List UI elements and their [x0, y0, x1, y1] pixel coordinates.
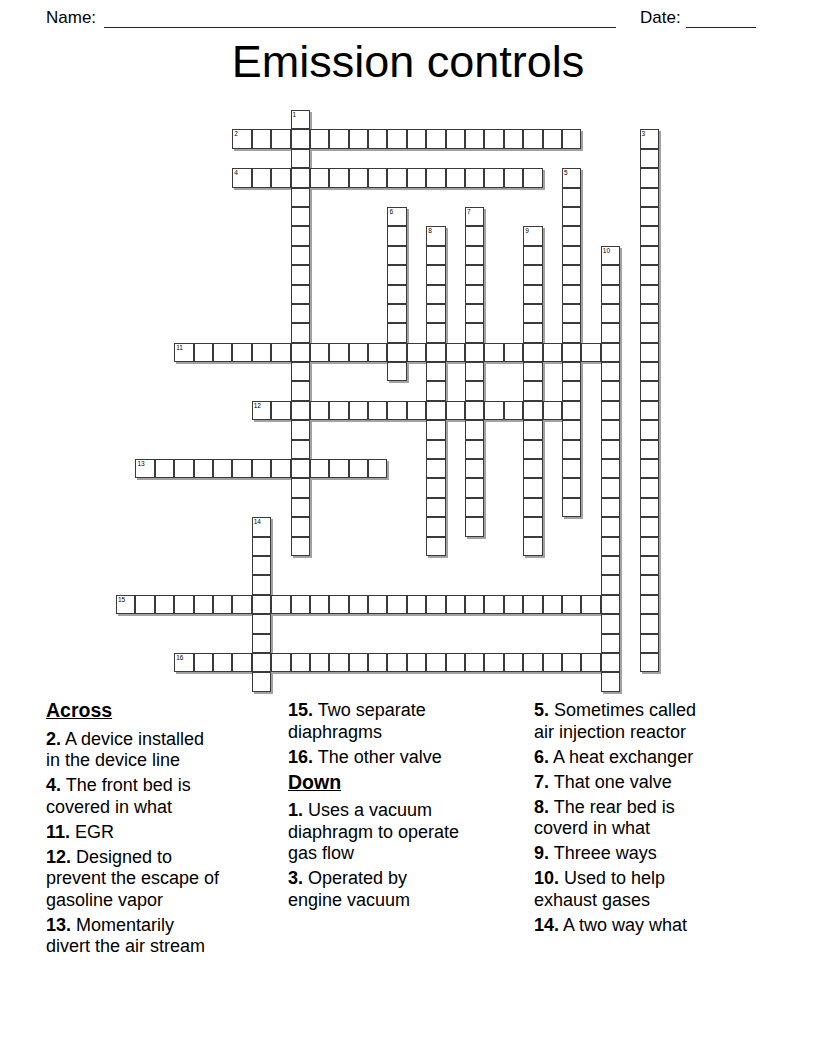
grid-cell[interactable] [252, 614, 271, 633]
grid-cell[interactable] [291, 149, 310, 168]
empty-space [640, 672, 659, 691]
grid-cell[interactable]: 12 [252, 401, 271, 420]
grid-cell[interactable]: 7 [465, 207, 484, 226]
empty-space [446, 614, 465, 633]
grid-cell[interactable] [252, 556, 271, 575]
grid-cell[interactable] [426, 401, 445, 420]
grid-cell[interactable] [291, 401, 310, 420]
grid-cell[interactable]: 14 [252, 517, 271, 536]
grid-cell[interactable] [368, 168, 387, 187]
grid-cell[interactable] [426, 653, 445, 672]
grid-cell[interactable] [601, 401, 620, 420]
grid-cell[interactable] [232, 595, 251, 614]
grid-cell[interactable] [426, 459, 445, 478]
grid-cell[interactable] [640, 634, 659, 653]
grid-cell[interactable] [446, 343, 465, 362]
grid-cell[interactable] [291, 537, 310, 556]
grid-cell[interactable] [426, 304, 445, 323]
grid-cell[interactable] [426, 420, 445, 439]
grid-cell[interactable] [601, 459, 620, 478]
grid-cell[interactable] [387, 246, 406, 265]
grid-cell[interactable] [426, 323, 445, 342]
grid-cell[interactable] [271, 343, 290, 362]
grid-cell[interactable]: 16 [174, 653, 193, 672]
grid-cell[interactable] [562, 440, 581, 459]
grid-cell[interactable] [387, 653, 406, 672]
grid-cell[interactable] [426, 246, 445, 265]
grid-cell[interactable] [640, 323, 659, 342]
grid-cell[interactable] [523, 537, 542, 556]
grid-cell[interactable] [640, 556, 659, 575]
grid-cell[interactable] [601, 537, 620, 556]
grid-cell[interactable] [562, 343, 581, 362]
empty-space [581, 537, 600, 556]
grid-cell[interactable] [465, 323, 484, 342]
grid-cell[interactable] [640, 420, 659, 439]
grid-cell[interactable] [640, 246, 659, 265]
grid-cell[interactable] [426, 517, 445, 536]
grid-cell[interactable] [329, 653, 348, 672]
grid-cell[interactable] [465, 129, 484, 148]
grid-cell[interactable] [484, 401, 503, 420]
grid-cell[interactable] [310, 129, 329, 148]
grid-cell[interactable] [601, 575, 620, 594]
grid-cell[interactable] [504, 401, 523, 420]
grid-cell[interactable] [601, 517, 620, 536]
grid-cell[interactable] [310, 459, 329, 478]
grid-cell[interactable] [562, 420, 581, 439]
grid-cell[interactable] [213, 343, 232, 362]
grid-cell[interactable] [252, 672, 271, 691]
grid-cell[interactable] [562, 459, 581, 478]
empty-space [504, 362, 523, 381]
grid-cell[interactable] [291, 440, 310, 459]
grid-cell[interactable] [562, 323, 581, 342]
grid-cell[interactable] [562, 246, 581, 265]
grid-cell[interactable] [640, 459, 659, 478]
grid-cell[interactable] [601, 420, 620, 439]
grid-cell[interactable] [562, 285, 581, 304]
grid-cell[interactable] [504, 653, 523, 672]
grid-cell[interactable] [465, 440, 484, 459]
grid-cell[interactable] [271, 129, 290, 148]
grid-cell[interactable] [368, 343, 387, 362]
grid-cell[interactable] [368, 459, 387, 478]
grid-cell[interactable] [329, 129, 348, 148]
grid-cell[interactable] [523, 129, 542, 148]
grid-cell[interactable] [562, 129, 581, 148]
grid-cell[interactable] [291, 207, 310, 226]
grid-cell[interactable] [194, 459, 213, 478]
grid-cell[interactable] [484, 595, 503, 614]
grid-cell[interactable] [387, 304, 406, 323]
grid-cell[interactable] [601, 343, 620, 362]
grid-cell[interactable]: 6 [387, 207, 406, 226]
grid-cell[interactable] [601, 634, 620, 653]
grid-cell[interactable] [523, 440, 542, 459]
grid-cell[interactable] [601, 556, 620, 575]
grid-cell[interactable] [562, 595, 581, 614]
grid-cell[interactable] [562, 498, 581, 517]
grid-cell[interactable] [562, 226, 581, 245]
grid-cell[interactable] [601, 614, 620, 633]
grid-cell[interactable] [387, 595, 406, 614]
grid-cell[interactable] [640, 188, 659, 207]
grid-cell[interactable] [291, 653, 310, 672]
grid-cell[interactable] [543, 595, 562, 614]
grid-cell[interactable] [562, 478, 581, 497]
grid-cell[interactable]: 4 [232, 168, 251, 187]
grid-cell[interactable] [601, 381, 620, 400]
clue-number: 16 [176, 654, 183, 662]
grid-cell[interactable]: 5 [562, 168, 581, 187]
grid-cell[interactable] [291, 459, 310, 478]
grid-cell[interactable] [640, 498, 659, 517]
grid-cell[interactable] [252, 168, 271, 187]
grid-cell[interactable] [446, 401, 465, 420]
empty-space [543, 420, 562, 439]
empty-space [291, 634, 310, 653]
grid-cell[interactable] [465, 498, 484, 517]
grid-cell[interactable] [407, 129, 426, 148]
grid-cell[interactable] [271, 459, 290, 478]
grid-cell[interactable]: 13 [135, 459, 154, 478]
grid-cell[interactable] [640, 343, 659, 362]
grid-cell[interactable] [387, 129, 406, 148]
grid-cell[interactable] [291, 246, 310, 265]
grid-cell[interactable] [407, 168, 426, 187]
grid-cell[interactable] [252, 129, 271, 148]
grid-cell[interactable]: 1 [291, 110, 310, 129]
grid-cell[interactable] [523, 168, 542, 187]
grid-cell[interactable] [155, 459, 174, 478]
grid-cell[interactable] [640, 595, 659, 614]
grid-cell[interactable] [291, 498, 310, 517]
grid-cell[interactable]: 15 [116, 595, 135, 614]
grid-cell[interactable] [640, 381, 659, 400]
grid-cell[interactable] [387, 323, 406, 342]
grid-cell[interactable] [426, 498, 445, 517]
grid-cell[interactable] [329, 168, 348, 187]
grid-cell[interactable] [640, 614, 659, 633]
grid-cell[interactable] [329, 459, 348, 478]
grid-cell[interactable] [291, 595, 310, 614]
grid-cell[interactable] [426, 595, 445, 614]
grid-cell[interactable] [465, 285, 484, 304]
grid-cell[interactable] [484, 168, 503, 187]
grid-cell[interactable] [640, 401, 659, 420]
grid-cell[interactable] [291, 343, 310, 362]
grid-cell[interactable] [174, 595, 193, 614]
grid-cell[interactable] [310, 343, 329, 362]
grid-cell[interactable]: 9 [523, 226, 542, 245]
grid-cell[interactable] [349, 459, 368, 478]
grid-cell[interactable] [640, 207, 659, 226]
grid-cell[interactable] [562, 362, 581, 381]
grid-cell[interactable] [310, 653, 329, 672]
grid-cell[interactable] [601, 478, 620, 497]
grid-cell[interactable] [523, 459, 542, 478]
grid-cell[interactable] [426, 478, 445, 497]
grid-cell[interactable] [504, 168, 523, 187]
grid-cell[interactable] [387, 343, 406, 362]
grid-cell[interactable] [291, 285, 310, 304]
grid-cell[interactable] [543, 343, 562, 362]
empty-space [271, 110, 290, 129]
grid-cell[interactable] [640, 168, 659, 187]
grid-cell[interactable] [465, 226, 484, 245]
grid-cell[interactable] [407, 653, 426, 672]
grid-cell[interactable] [446, 595, 465, 614]
grid-cell[interactable] [640, 653, 659, 672]
grid-cell[interactable] [562, 207, 581, 226]
grid-cell[interactable] [426, 381, 445, 400]
grid-cell[interactable] [271, 401, 290, 420]
grid-cell[interactable] [368, 595, 387, 614]
empty-space [543, 459, 562, 478]
grid-cell[interactable] [368, 653, 387, 672]
grid-cell[interactable] [562, 653, 581, 672]
grid-cell[interactable] [426, 362, 445, 381]
empty-space [291, 556, 310, 575]
grid-cell[interactable] [601, 595, 620, 614]
grid-cell[interactable] [252, 575, 271, 594]
empty-space [523, 614, 542, 633]
grid-cell[interactable] [271, 653, 290, 672]
grid-cell[interactable] [194, 595, 213, 614]
grid-cell[interactable] [640, 304, 659, 323]
grid-cell[interactable] [523, 653, 542, 672]
grid-cell[interactable] [543, 401, 562, 420]
grid-cell[interactable] [426, 285, 445, 304]
grid-cell[interactable] [213, 653, 232, 672]
grid-cell[interactable] [601, 440, 620, 459]
grid-cell[interactable] [271, 595, 290, 614]
grid-cell[interactable] [252, 653, 271, 672]
grid-cell[interactable] [291, 478, 310, 497]
grid-cell[interactable] [291, 420, 310, 439]
empty-space [484, 614, 503, 633]
grid-cell[interactable] [329, 343, 348, 362]
grid-cell[interactable] [523, 323, 542, 342]
grid-cell[interactable] [465, 401, 484, 420]
grid-cell[interactable] [601, 285, 620, 304]
grid-cell[interactable] [484, 653, 503, 672]
grid-cell[interactable] [426, 537, 445, 556]
grid-cell[interactable] [155, 595, 174, 614]
grid-cell[interactable] [465, 265, 484, 284]
grid-cell[interactable] [465, 362, 484, 381]
grid-cell[interactable] [426, 129, 445, 148]
grid-cell[interactable] [640, 265, 659, 284]
grid-cell[interactable] [484, 129, 503, 148]
grid-cell[interactable] [581, 343, 600, 362]
grid-cell[interactable] [349, 653, 368, 672]
empty-space [581, 614, 600, 633]
grid-cell[interactable] [581, 595, 600, 614]
grid-cell[interactable] [465, 595, 484, 614]
grid-cell[interactable] [426, 343, 445, 362]
grid-cell[interactable] [407, 343, 426, 362]
empty-space [252, 246, 271, 265]
grid-cell[interactable] [465, 304, 484, 323]
grid-cell[interactable] [271, 168, 290, 187]
grid-cell[interactable] [194, 343, 213, 362]
grid-cell[interactable] [465, 517, 484, 536]
grid-cell[interactable]: 11 [174, 343, 193, 362]
grid-cell[interactable] [523, 595, 542, 614]
grid-cell[interactable] [465, 246, 484, 265]
empty-space [232, 420, 251, 439]
grid-cell[interactable] [387, 265, 406, 284]
grid-cell[interactable] [523, 343, 542, 362]
empty-space [252, 188, 271, 207]
grid-cell[interactable] [465, 478, 484, 497]
grid-cell[interactable] [465, 343, 484, 362]
grid-cell[interactable] [368, 129, 387, 148]
grid-cell[interactable] [349, 401, 368, 420]
grid-cell[interactable] [601, 653, 620, 672]
grid-cell[interactable] [484, 343, 503, 362]
grid-cell[interactable] [523, 265, 542, 284]
grid-cell[interactable] [174, 459, 193, 478]
grid-cell[interactable] [523, 362, 542, 381]
grid-cell[interactable] [387, 362, 406, 381]
grid-cell[interactable] [523, 478, 542, 497]
grid-cell[interactable] [194, 653, 213, 672]
grid-cell[interactable] [252, 634, 271, 653]
grid-cell[interactable] [640, 517, 659, 536]
grid-cell[interactable] [523, 285, 542, 304]
grid-cell[interactable] [387, 226, 406, 245]
grid-cell[interactable] [349, 168, 368, 187]
grid-cell[interactable] [291, 323, 310, 342]
grid-cell[interactable]: 10 [601, 246, 620, 265]
grid-cell[interactable] [465, 420, 484, 439]
grid-cell[interactable] [504, 129, 523, 148]
grid-cell[interactable] [601, 672, 620, 691]
grid-cell[interactable] [232, 343, 251, 362]
grid-cell[interactable] [562, 381, 581, 400]
empty-space [407, 304, 426, 323]
grid-cell[interactable] [291, 362, 310, 381]
grid-cell[interactable] [640, 149, 659, 168]
empty-space [368, 478, 387, 497]
grid-cell[interactable] [232, 653, 251, 672]
grid-cell[interactable] [291, 304, 310, 323]
grid-cell[interactable]: 3 [640, 129, 659, 148]
grid-cell[interactable] [523, 401, 542, 420]
grid-cell[interactable] [543, 653, 562, 672]
grid-cell[interactable] [640, 478, 659, 497]
empty-space [310, 265, 329, 284]
grid-cell[interactable] [504, 343, 523, 362]
grid-cell[interactable] [562, 401, 581, 420]
grid-cell[interactable] [426, 265, 445, 284]
empty-space [446, 634, 465, 653]
grid-cell[interactable] [291, 381, 310, 400]
grid-cell[interactable] [407, 595, 426, 614]
grid-cell[interactable] [232, 459, 251, 478]
grid-cell[interactable] [640, 285, 659, 304]
grid-cell[interactable] [213, 459, 232, 478]
grid-cell[interactable] [504, 595, 523, 614]
grid-cell[interactable] [368, 401, 387, 420]
grid-cell[interactable] [252, 459, 271, 478]
grid-cell[interactable] [291, 265, 310, 284]
grid-cell[interactable] [252, 343, 271, 362]
grid-cell[interactable] [291, 226, 310, 245]
grid-cell[interactable] [310, 401, 329, 420]
grid-cell[interactable] [387, 168, 406, 187]
grid-cell[interactable] [465, 459, 484, 478]
grid-cell[interactable] [291, 168, 310, 187]
grid-cell[interactable] [640, 440, 659, 459]
grid-cell[interactable] [601, 362, 620, 381]
grid-cell[interactable] [601, 265, 620, 284]
grid-cell[interactable] [562, 265, 581, 284]
grid-cell[interactable] [523, 246, 542, 265]
grid-cell[interactable] [135, 595, 154, 614]
grid-cell[interactable] [387, 401, 406, 420]
grid-cell[interactable] [426, 440, 445, 459]
grid-cell[interactable] [310, 595, 329, 614]
grid-cell[interactable] [446, 653, 465, 672]
grid-cell[interactable] [523, 304, 542, 323]
grid-cell[interactable] [349, 343, 368, 362]
grid-cell[interactable] [640, 226, 659, 245]
grid-cell[interactable] [252, 595, 271, 614]
grid-cell[interactable] [543, 129, 562, 148]
grid-cell[interactable] [349, 595, 368, 614]
grid-cell[interactable] [523, 420, 542, 439]
grid-cell[interactable] [640, 362, 659, 381]
grid-cell[interactable] [465, 381, 484, 400]
grid-cell[interactable] [562, 304, 581, 323]
grid-cell[interactable] [407, 401, 426, 420]
grid-cell[interactable] [523, 381, 542, 400]
grid-cell[interactable] [349, 129, 368, 148]
grid-cell[interactable] [426, 168, 445, 187]
grid-cell[interactable] [601, 498, 620, 517]
grid-cell[interactable] [387, 285, 406, 304]
grid-cell[interactable]: 8 [426, 226, 445, 245]
grid-cell[interactable] [252, 537, 271, 556]
grid-cell[interactable] [465, 168, 484, 187]
grid-cell[interactable] [465, 653, 484, 672]
grid-cell[interactable] [446, 129, 465, 148]
grid-cell[interactable] [601, 304, 620, 323]
grid-cell[interactable] [640, 575, 659, 594]
grid-cell[interactable] [640, 537, 659, 556]
clue-number: 12 [254, 402, 261, 410]
grid-cell[interactable] [291, 517, 310, 536]
grid-cell[interactable] [562, 188, 581, 207]
grid-cell[interactable] [523, 498, 542, 517]
empty-space [349, 304, 368, 323]
grid-cell[interactable] [213, 595, 232, 614]
grid-cell[interactable] [291, 129, 310, 148]
grid-cell[interactable] [329, 401, 348, 420]
grid-cell[interactable] [329, 595, 348, 614]
grid-cell[interactable] [581, 653, 600, 672]
grid-cell[interactable] [291, 188, 310, 207]
grid-cell[interactable] [601, 323, 620, 342]
grid-cell[interactable] [446, 168, 465, 187]
grid-cell[interactable]: 2 [232, 129, 251, 148]
grid-cell[interactable] [523, 517, 542, 536]
grid-cell[interactable] [310, 168, 329, 187]
